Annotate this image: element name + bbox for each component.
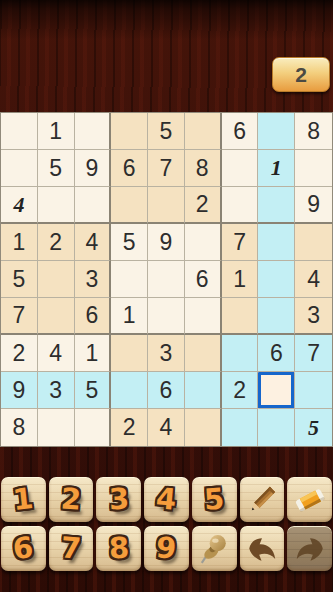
cell-r8c4[interactable] — [111, 372, 148, 409]
cell-r3c3[interactable] — [75, 187, 112, 224]
digit-label: 6 — [12, 533, 35, 564]
cell-r5c6[interactable]: 6 — [185, 261, 222, 298]
cell-r6c8[interactable] — [258, 298, 295, 335]
cell-r6c5[interactable] — [148, 298, 185, 335]
cell-r9c7[interactable] — [222, 409, 259, 446]
given-digit: 2 — [123, 416, 136, 439]
cell-r7c5[interactable]: 3 — [148, 335, 185, 372]
cell-r7c9[interactable]: 7 — [295, 335, 332, 372]
digit-button-1[interactable]: 1 — [1, 477, 46, 522]
redo-icon — [293, 532, 327, 566]
cell-r4c5[interactable]: 9 — [148, 224, 185, 261]
given-digit: 5 — [160, 120, 173, 143]
cell-r3c1[interactable]: 4 — [1, 187, 38, 224]
cell-r1c8[interactable] — [258, 113, 295, 150]
cell-r7c4[interactable] — [111, 335, 148, 372]
given-digit: 9 — [86, 157, 99, 180]
cell-r3c2[interactable] — [38, 187, 75, 224]
toolbar: 1 2 3 4 5 — [0, 477, 333, 571]
given-digit: 6 — [196, 268, 209, 291]
cell-r8c8[interactable] — [258, 372, 295, 409]
given-digit: 6 — [270, 342, 283, 365]
undo-button[interactable] — [240, 526, 285, 571]
cell-r5c7[interactable]: 1 — [222, 261, 259, 298]
cell-r6c7[interactable] — [222, 298, 259, 335]
cell-r5c5[interactable] — [148, 261, 185, 298]
cell-r9c9[interactable]: 5 — [295, 409, 332, 446]
given-digit: 3 — [49, 379, 62, 402]
given-digit: 7 — [12, 304, 25, 327]
given-digit: 6 — [123, 157, 136, 180]
digit-label: 4 — [155, 484, 178, 515]
cell-r2c6[interactable]: 8 — [185, 150, 222, 187]
given-digit: 3 — [86, 268, 99, 291]
given-digit: 1 — [49, 120, 62, 143]
given-digit: 5 — [49, 157, 62, 180]
given-digit: 5 — [86, 379, 99, 402]
digit-button-4[interactable]: 4 — [144, 477, 189, 522]
given-digit: 4 — [86, 231, 99, 254]
digit-button-9[interactable]: 9 — [144, 526, 189, 571]
given-digit: 7 — [233, 231, 246, 254]
digit-button-5[interactable]: 5 — [192, 477, 237, 522]
pushpin-icon — [197, 532, 231, 566]
given-digit: 1 — [233, 268, 246, 291]
cell-r5c8[interactable] — [258, 261, 295, 298]
cell-r8c5[interactable]: 6 — [148, 372, 185, 409]
cell-r1c6[interactable] — [185, 113, 222, 150]
sudoku-board: 1568596781429124597536147613241367935628… — [0, 112, 333, 447]
cell-r7c6[interactable] — [185, 335, 222, 372]
toolbar-row-2: 6 7 8 9 — [0, 526, 333, 571]
digit-button-6[interactable]: 6 — [1, 526, 46, 571]
given-digit: 5 — [12, 268, 25, 291]
cell-r3c4[interactable] — [111, 187, 148, 224]
cell-r5c1[interactable]: 5 — [1, 261, 38, 298]
digit-label: 8 — [108, 533, 130, 563]
given-digit: 1 — [123, 304, 136, 327]
cell-r8c3[interactable]: 5 — [75, 372, 112, 409]
cell-r7c8[interactable]: 6 — [258, 335, 295, 372]
pushpin-button[interactable] — [192, 526, 237, 571]
cell-r8c6[interactable] — [185, 372, 222, 409]
cell-r4c1[interactable]: 1 — [1, 224, 38, 261]
cell-r9c1[interactable]: 8 — [1, 409, 38, 446]
cell-r2c9[interactable] — [295, 150, 332, 187]
cell-r1c9[interactable]: 8 — [295, 113, 332, 150]
given-digit: 2 — [233, 379, 246, 402]
cell-r9c8[interactable] — [258, 409, 295, 446]
entered-digit: 4 — [13, 194, 24, 216]
cell-r2c8[interactable]: 1 — [258, 150, 295, 187]
given-digit: 2 — [12, 342, 25, 365]
digit-button-8[interactable]: 8 — [96, 526, 141, 571]
given-digit: 9 — [160, 231, 173, 254]
given-digit: 8 — [12, 416, 25, 439]
cell-r2c3[interactable]: 9 — [75, 150, 112, 187]
cell-r1c4[interactable] — [111, 113, 148, 150]
cell-r6c2[interactable] — [38, 298, 75, 335]
counter-badge[interactable]: 2 — [272, 57, 330, 92]
cell-r1c1[interactable] — [1, 113, 38, 150]
given-digit: 8 — [196, 157, 209, 180]
cell-r2c5[interactable]: 7 — [148, 150, 185, 187]
given-digit: 7 — [160, 157, 173, 180]
digit-button-7[interactable]: 7 — [49, 526, 94, 571]
cell-r1c7[interactable]: 6 — [222, 113, 259, 150]
cell-r6c6[interactable] — [185, 298, 222, 335]
given-digit: 8 — [307, 120, 320, 143]
entered-digit: 1 — [271, 157, 282, 179]
given-digit: 1 — [86, 342, 99, 365]
cell-r2c2[interactable]: 5 — [38, 150, 75, 187]
digit-button-2[interactable]: 2 — [49, 477, 94, 522]
entered-digit: 5 — [308, 417, 319, 439]
given-digit: 6 — [86, 304, 99, 327]
cell-r8c2[interactable]: 3 — [38, 372, 75, 409]
sudoku-app: 2 15685967814291245975361476132413679356… — [0, 0, 333, 592]
given-digit: 9 — [307, 193, 320, 216]
cell-r7c7[interactable] — [222, 335, 259, 372]
cell-r4c9[interactable] — [295, 224, 332, 261]
redo-button — [287, 526, 332, 571]
cell-r1c5[interactable]: 5 — [148, 113, 185, 150]
cell-r8c1[interactable]: 9 — [1, 372, 38, 409]
given-digit: 1 — [12, 231, 25, 254]
cell-r2c4[interactable]: 6 — [111, 150, 148, 187]
cell-r4c6[interactable] — [185, 224, 222, 261]
cell-r6c9[interactable]: 3 — [295, 298, 332, 335]
cell-r6c4[interactable]: 1 — [111, 298, 148, 335]
pencil-icon — [245, 483, 279, 517]
cell-r9c4[interactable]: 2 — [111, 409, 148, 446]
cell-r4c3[interactable]: 4 — [75, 224, 112, 261]
cell-r4c4[interactable]: 5 — [111, 224, 148, 261]
eraser-button[interactable] — [287, 477, 332, 522]
cell-r9c6[interactable] — [185, 409, 222, 446]
given-digit: 2 — [196, 193, 209, 216]
cell-r3c7[interactable] — [222, 187, 259, 224]
cell-r9c3[interactable] — [75, 409, 112, 446]
toolbar-row-1: 1 2 3 4 5 — [0, 477, 333, 522]
cell-r7c1[interactable]: 2 — [1, 335, 38, 372]
given-digit: 6 — [160, 379, 173, 402]
given-digit: 3 — [307, 304, 320, 327]
undo-icon — [245, 532, 279, 566]
cell-r4c2[interactable]: 2 — [38, 224, 75, 261]
cell-r8c9[interactable] — [295, 372, 332, 409]
given-digit: 4 — [160, 416, 173, 439]
given-digit: 3 — [160, 342, 173, 365]
cell-r3c8[interactable] — [258, 187, 295, 224]
cell-r9c5[interactable]: 4 — [148, 409, 185, 446]
cell-r7c2[interactable]: 4 — [38, 335, 75, 372]
cell-r5c2[interactable] — [38, 261, 75, 298]
given-digit: 2 — [49, 231, 62, 254]
digit-button-3[interactable]: 3 — [96, 477, 141, 522]
cell-r3c6[interactable]: 2 — [185, 187, 222, 224]
cell-r2c1[interactable] — [1, 150, 38, 187]
digit-label: 7 — [60, 533, 82, 563]
given-digit: 5 — [123, 231, 136, 254]
given-digit: 4 — [49, 342, 62, 365]
digit-label: 2 — [60, 484, 82, 514]
cell-r4c8[interactable] — [258, 224, 295, 261]
digit-label: 9 — [155, 533, 178, 564]
digit-label: 3 — [108, 484, 130, 514]
cell-r6c3[interactable]: 6 — [75, 298, 112, 335]
counter-badge-value: 2 — [295, 63, 307, 87]
eraser-icon — [293, 483, 327, 517]
given-digit: 6 — [233, 120, 246, 143]
cell-r5c4[interactable] — [111, 261, 148, 298]
digit-label: 1 — [12, 484, 35, 515]
given-digit: 4 — [307, 268, 320, 291]
cell-r5c9[interactable]: 4 — [295, 261, 332, 298]
cell-r6c1[interactable]: 7 — [1, 298, 38, 335]
cell-r5c3[interactable]: 3 — [75, 261, 112, 298]
cell-r2c7[interactable] — [222, 150, 259, 187]
cell-r9c2[interactable] — [38, 409, 75, 446]
cell-r1c2[interactable]: 1 — [38, 113, 75, 150]
cell-r8c7[interactable]: 2 — [222, 372, 259, 409]
cell-r7c3[interactable]: 1 — [75, 335, 112, 372]
cell-r3c5[interactable] — [148, 187, 185, 224]
digit-label: 5 — [203, 484, 225, 514]
cell-r4c7[interactable]: 7 — [222, 224, 259, 261]
cell-r3c9[interactable]: 9 — [295, 187, 332, 224]
given-digit: 7 — [307, 342, 320, 365]
pencil-button[interactable] — [240, 477, 285, 522]
cell-r1c3[interactable] — [75, 113, 112, 150]
given-digit: 9 — [12, 379, 25, 402]
